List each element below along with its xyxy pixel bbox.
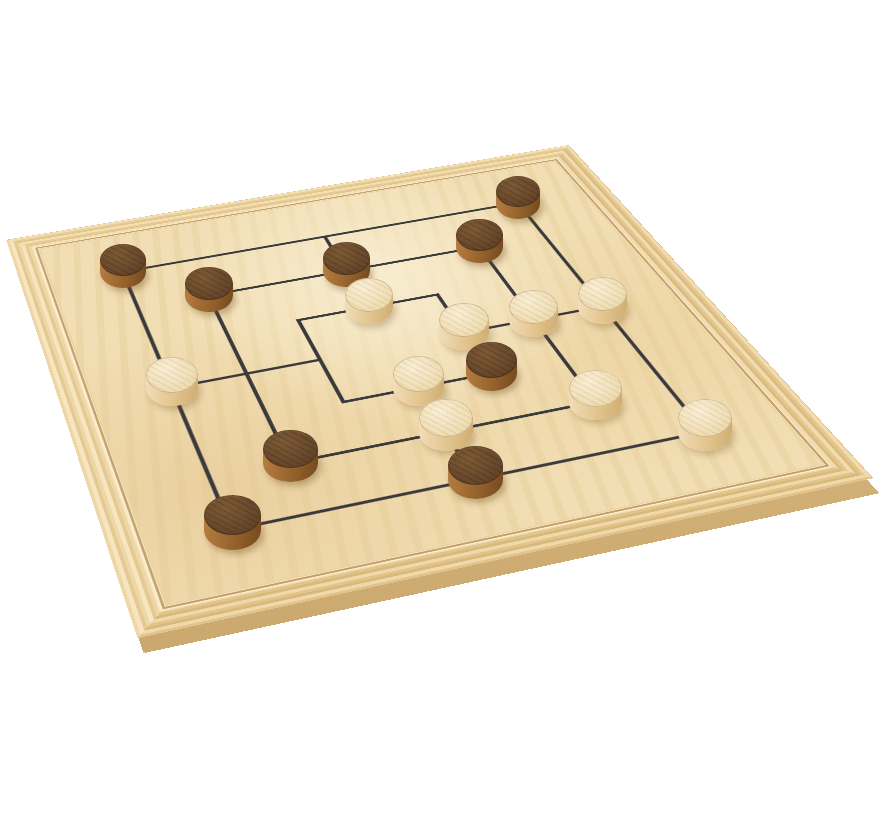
dark-piece-d1[interactable] xyxy=(448,446,503,499)
light-piece-g1[interactable] xyxy=(678,399,732,451)
dark-piece-f6[interactable] xyxy=(456,219,502,263)
dark-piece-a7[interactable] xyxy=(100,244,147,289)
piece-top-face xyxy=(185,267,233,300)
light-piece-f2[interactable] xyxy=(569,370,621,420)
light-piece-d3[interactable] xyxy=(393,356,445,406)
piece-top-face xyxy=(466,342,517,378)
light-piece-d5[interactable] xyxy=(345,278,393,324)
piece-top-face xyxy=(578,277,627,311)
pieces-layer xyxy=(0,0,890,820)
empty-point-c4[interactable] xyxy=(305,349,335,370)
piece-top-face xyxy=(100,244,147,277)
piece-top-face xyxy=(419,399,472,436)
piece-top-face xyxy=(263,430,317,468)
dark-piece-e3[interactable] xyxy=(466,342,517,391)
dark-piece-a1[interactable] xyxy=(204,495,261,550)
light-piece-d2[interactable] xyxy=(419,399,472,450)
piece-top-face xyxy=(323,242,370,275)
empty-point-c3[interactable] xyxy=(328,391,359,413)
piece-top-face xyxy=(146,357,197,393)
piece-top-face xyxy=(345,278,393,312)
piece-top-face xyxy=(204,495,261,535)
dark-piece-b6[interactable] xyxy=(185,267,233,313)
light-piece-a4[interactable] xyxy=(146,357,197,406)
piece-top-face xyxy=(439,303,488,338)
dark-piece-g7[interactable] xyxy=(496,176,540,219)
dark-piece-b2[interactable] xyxy=(263,430,317,482)
piece-top-face xyxy=(509,290,558,324)
piece-top-face xyxy=(448,446,503,485)
product-photo-canvas xyxy=(0,0,890,820)
light-piece-g4[interactable] xyxy=(578,277,627,324)
empty-point-c5[interactable] xyxy=(284,310,313,330)
piece-top-face xyxy=(456,219,502,251)
empty-point-b4[interactable] xyxy=(232,363,262,384)
piece-top-face xyxy=(496,176,540,207)
light-piece-f4[interactable] xyxy=(509,290,558,337)
piece-top-face xyxy=(569,370,621,407)
piece-top-face xyxy=(678,399,732,437)
